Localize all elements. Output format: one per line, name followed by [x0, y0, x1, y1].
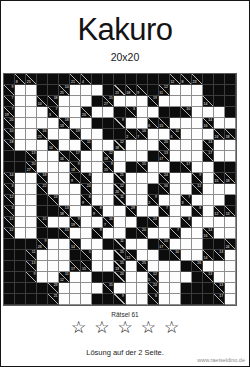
entry-cell[interactable] [203, 162, 214, 173]
entry-cell[interactable] [92, 173, 103, 184]
entry-cell[interactable] [192, 250, 203, 261]
black-cell [126, 162, 137, 173]
entry-cell[interactable] [192, 96, 203, 107]
black-cell [159, 107, 170, 118]
entry-cell[interactable] [59, 217, 70, 228]
entry-cell[interactable] [81, 118, 92, 129]
entry-cell[interactable] [214, 107, 225, 118]
entry-cell[interactable] [192, 129, 203, 140]
across-clue: 19 [153, 96, 157, 100]
entry-cell[interactable] [26, 217, 37, 228]
entry-cell[interactable] [70, 283, 81, 294]
entry-cell[interactable] [114, 228, 125, 239]
clue-cell: 9 [192, 173, 203, 184]
across-clue: 7 [166, 206, 168, 210]
entry-cell[interactable] [103, 184, 114, 195]
entry-cell[interactable] [81, 283, 92, 294]
entry-cell[interactable] [15, 118, 26, 129]
clue-cell: 919 [70, 217, 81, 228]
black-cell [159, 74, 170, 85]
entry-cell[interactable] [15, 140, 26, 151]
across-clue: 12 [109, 151, 113, 155]
across-clue: 15 [142, 162, 146, 166]
entry-cell[interactable] [170, 206, 181, 217]
entry-cell[interactable] [81, 162, 92, 173]
entry-cell[interactable] [81, 129, 92, 140]
entry-cell[interactable] [181, 85, 192, 96]
entry-cell[interactable] [81, 294, 92, 305]
entry-cell[interactable] [170, 85, 181, 96]
down-clue: 25 [38, 135, 42, 139]
entry-cell[interactable] [26, 184, 37, 195]
entry-cell[interactable] [15, 195, 26, 206]
entry-cell[interactable] [15, 129, 26, 140]
down-clue: 11 [159, 91, 163, 95]
entry-cell[interactable] [126, 294, 137, 305]
entry-cell[interactable] [26, 118, 37, 129]
entry-cell[interactable] [159, 272, 170, 283]
entry-cell[interactable] [170, 283, 181, 294]
entry-cell[interactable] [225, 294, 236, 305]
entry-cell[interactable] [92, 85, 103, 96]
across-clue: 12 [120, 184, 124, 188]
across-clue: 24 [87, 184, 91, 188]
entry-cell[interactable] [181, 173, 192, 184]
entry-cell[interactable] [192, 228, 203, 239]
entry-cell[interactable] [159, 96, 170, 107]
entry-cell[interactable] [181, 184, 192, 195]
entry-cell[interactable] [148, 107, 159, 118]
entry-cell[interactable] [59, 96, 70, 107]
entry-cell[interactable] [48, 162, 59, 173]
entry-cell[interactable] [37, 140, 48, 151]
entry-cell[interactable] [214, 217, 225, 228]
across-clue: 16 [142, 129, 146, 133]
clue-cell: 10 [170, 250, 181, 261]
clue-cell: 18 [48, 96, 59, 107]
entry-cell[interactable] [181, 272, 192, 283]
entry-cell[interactable] [103, 261, 114, 272]
entry-cell[interactable] [126, 283, 137, 294]
entry-cell[interactable] [159, 261, 170, 272]
entry-cell[interactable] [37, 261, 48, 272]
entry-cell[interactable] [181, 96, 192, 107]
entry-cell[interactable] [137, 195, 148, 206]
entry-cell[interactable] [48, 151, 59, 162]
clue-cell: 13 [203, 272, 214, 283]
entry-cell[interactable] [70, 118, 81, 129]
entry-cell[interactable] [170, 96, 181, 107]
entry-cell[interactable] [137, 206, 148, 217]
entry-cell[interactable] [92, 162, 103, 173]
black-cell [15, 261, 26, 272]
entry-cell[interactable] [114, 283, 125, 294]
entry-cell[interactable] [192, 107, 203, 118]
across-clue: 9 [111, 162, 113, 166]
entry-cell[interactable] [126, 151, 137, 162]
entry-cell[interactable] [126, 272, 137, 283]
entry-cell[interactable] [181, 140, 192, 151]
entry-cell[interactable] [126, 217, 137, 228]
entry-cell[interactable] [59, 162, 70, 173]
entry-cell[interactable] [225, 250, 236, 261]
entry-cell[interactable] [48, 118, 59, 129]
entry-cell[interactable] [81, 206, 92, 217]
entry-cell[interactable] [137, 96, 148, 107]
black-cell [37, 283, 48, 294]
entry-cell[interactable] [59, 250, 70, 261]
entry-cell[interactable] [170, 239, 181, 250]
across-clue: 14 [208, 228, 212, 232]
entry-cell[interactable] [148, 250, 159, 261]
down-clue: 27 [27, 168, 31, 172]
entry-cell[interactable] [48, 261, 59, 272]
entry-cell[interactable] [170, 217, 181, 228]
black-cell [159, 250, 170, 261]
entry-cell[interactable] [92, 283, 103, 294]
entry-cell[interactable] [92, 184, 103, 195]
across-clue: 14 [9, 173, 13, 177]
entry-cell[interactable] [26, 140, 37, 151]
entry-cell[interactable] [48, 184, 59, 195]
entry-cell[interactable] [103, 206, 114, 217]
entry-cell[interactable] [103, 140, 114, 151]
black-cell [170, 162, 181, 173]
entry-cell[interactable] [170, 173, 181, 184]
across-clue: 7 [177, 228, 179, 232]
entry-cell[interactable] [37, 250, 48, 261]
entry-cell[interactable] [81, 96, 92, 107]
entry-cell[interactable] [137, 272, 148, 283]
entry-cell[interactable] [59, 184, 70, 195]
entry-cell[interactable] [203, 173, 214, 184]
clue-cell: 9 [92, 228, 103, 239]
entry-cell[interactable] [159, 283, 170, 294]
entry-cell[interactable] [15, 107, 26, 118]
entry-cell[interactable] [137, 107, 148, 118]
black-cell [48, 74, 59, 85]
entry-cell[interactable] [214, 228, 225, 239]
entry-cell[interactable] [92, 250, 103, 261]
entry-cell[interactable] [137, 294, 148, 305]
entry-cell[interactable] [159, 195, 170, 206]
black-cell [181, 283, 192, 294]
entry-cell[interactable] [81, 85, 92, 96]
entry-cell[interactable] [70, 195, 81, 206]
entry-cell[interactable] [181, 228, 192, 239]
entry-cell[interactable] [192, 151, 203, 162]
entry-cell[interactable] [203, 195, 214, 206]
entry-cell[interactable] [214, 272, 225, 283]
black-cell [92, 96, 103, 107]
entry-cell[interactable] [159, 294, 170, 305]
entry-cell[interactable] [137, 118, 148, 129]
entry-cell[interactable] [81, 228, 92, 239]
entry-cell[interactable] [137, 239, 148, 250]
clue-cell: 915 [103, 162, 114, 173]
clue-cell: 16 [159, 184, 170, 195]
entry-cell[interactable] [203, 217, 214, 228]
down-clue: 17 [71, 267, 75, 271]
down-clue: 27 [104, 102, 108, 106]
down-clue: 14 [204, 102, 208, 106]
entry-cell[interactable] [103, 107, 114, 118]
entry-cell[interactable] [159, 228, 170, 239]
entry-cell[interactable] [159, 162, 170, 173]
entry-cell[interactable] [126, 140, 137, 151]
entry-cell[interactable] [48, 129, 59, 140]
clue-cell: 89 [81, 195, 92, 206]
clue-cell: 15 [59, 228, 70, 239]
entry-cell[interactable] [70, 272, 81, 283]
entry-cell[interactable] [26, 107, 37, 118]
website-credit: www.raetseldino.de [197, 357, 245, 363]
entry-cell[interactable] [137, 140, 148, 151]
entry-cell[interactable] [126, 118, 137, 129]
entry-cell[interactable] [148, 206, 159, 217]
entry-cell[interactable] [114, 151, 125, 162]
across-clue: 11 [65, 272, 69, 276]
entry-cell[interactable] [181, 250, 192, 261]
entry-cell[interactable] [15, 173, 26, 184]
entry-cell[interactable] [203, 184, 214, 195]
entry-cell[interactable] [214, 184, 225, 195]
across-clue: 29 [131, 206, 135, 210]
across-clue: 9 [122, 118, 124, 122]
clue-cell: 15 [114, 250, 125, 261]
entry-cell[interactable] [15, 96, 26, 107]
black-cell [26, 239, 37, 250]
clue-cell: 21 [114, 85, 125, 96]
entry-cell[interactable] [48, 173, 59, 184]
entry-cell[interactable] [70, 96, 81, 107]
clue-cell: 24 [159, 173, 170, 184]
entry-cell[interactable] [214, 118, 225, 129]
entry-cell[interactable] [148, 173, 159, 184]
entry-cell[interactable] [181, 118, 192, 129]
entry-cell[interactable] [137, 283, 148, 294]
entry-cell[interactable] [103, 173, 114, 184]
entry-cell[interactable] [225, 184, 236, 195]
entry-cell[interactable] [15, 85, 26, 96]
entry-cell[interactable] [192, 217, 203, 228]
clue-cell: 719 [4, 107, 15, 118]
entry-cell[interactable] [37, 118, 48, 129]
entry-cell[interactable] [203, 107, 214, 118]
black-cell [137, 217, 148, 228]
entry-cell[interactable] [170, 272, 181, 283]
entry-cell[interactable] [203, 129, 214, 140]
clue-cell: 92 [148, 195, 159, 206]
across-clue: 24 [153, 217, 157, 221]
entry-cell[interactable] [126, 96, 137, 107]
entry-cell[interactable] [59, 261, 70, 272]
entry-cell[interactable] [26, 195, 37, 206]
entry-cell[interactable] [225, 261, 236, 272]
entry-cell[interactable] [181, 129, 192, 140]
clue-cell: 18 [4, 140, 15, 151]
clue-cell: 926 [37, 239, 48, 250]
across-clue: 20 [9, 118, 13, 122]
entry-cell[interactable] [92, 129, 103, 140]
entry-cell[interactable] [48, 217, 59, 228]
down-clue: 10 [38, 102, 42, 106]
entry-cell[interactable] [26, 173, 37, 184]
entry-cell[interactable] [92, 261, 103, 272]
entry-cell[interactable] [170, 118, 181, 129]
clue-cell: 1218 [114, 140, 125, 151]
across-clue: 13 [219, 250, 223, 254]
entry-cell[interactable] [59, 140, 70, 151]
entry-cell[interactable] [137, 184, 148, 195]
entry-cell[interactable] [26, 228, 37, 239]
entry-cell[interactable] [92, 151, 103, 162]
entry-cell[interactable] [37, 162, 48, 173]
entry-cell[interactable] [126, 261, 137, 272]
entry-cell[interactable] [192, 239, 203, 250]
down-clue: 3 [181, 201, 183, 205]
across-clue: 18 [65, 118, 69, 122]
clue-cell: 14 [4, 173, 15, 184]
across-clue: 9 [155, 195, 157, 199]
entry-cell[interactable] [203, 261, 214, 272]
entry-cell[interactable] [59, 195, 70, 206]
entry-cell[interactable] [203, 206, 214, 217]
entry-cell[interactable] [192, 118, 203, 129]
entry-cell[interactable] [159, 129, 170, 140]
entry-cell[interactable] [70, 206, 81, 217]
entry-cell[interactable] [59, 173, 70, 184]
entry-cell[interactable] [15, 206, 26, 217]
entry-cell[interactable] [114, 162, 125, 173]
entry-cell[interactable] [15, 217, 26, 228]
entry-cell[interactable] [192, 140, 203, 151]
entry-cell[interactable] [15, 228, 26, 239]
entry-cell[interactable] [225, 140, 236, 151]
clue-cell: 1218 [103, 151, 114, 162]
entry-cell[interactable] [37, 151, 48, 162]
entry-cell[interactable] [81, 217, 92, 228]
down-clue: 18 [126, 91, 130, 95]
entry-cell[interactable] [225, 151, 236, 162]
black-cell [225, 162, 236, 173]
entry-cell[interactable] [126, 239, 137, 250]
entry-cell[interactable] [70, 107, 81, 118]
entry-cell[interactable] [170, 140, 181, 151]
entry-cell[interactable] [103, 195, 114, 206]
entry-cell[interactable] [26, 85, 37, 96]
entry-cell[interactable] [70, 140, 81, 151]
entry-cell[interactable] [148, 228, 159, 239]
entry-cell[interactable] [126, 173, 137, 184]
black-cell [15, 239, 26, 250]
entry-cell[interactable] [192, 162, 203, 173]
entry-cell[interactable] [48, 250, 59, 261]
entry-cell[interactable] [48, 239, 59, 250]
clue-cell: 1527 [103, 96, 114, 107]
entry-cell[interactable] [37, 107, 48, 118]
down-clue: 12 [215, 212, 219, 216]
entry-cell[interactable] [225, 118, 236, 129]
entry-cell[interactable] [126, 184, 137, 195]
entry-cell[interactable] [137, 250, 148, 261]
entry-cell[interactable] [170, 195, 181, 206]
entry-cell[interactable] [92, 195, 103, 206]
entry-cell[interactable] [92, 217, 103, 228]
entry-cell[interactable] [103, 250, 114, 261]
entry-cell[interactable] [48, 272, 59, 283]
entry-cell[interactable] [170, 151, 181, 162]
entry-cell[interactable] [148, 261, 159, 272]
entry-cell[interactable] [59, 129, 70, 140]
entry-cell[interactable] [81, 151, 92, 162]
entry-cell[interactable] [225, 217, 236, 228]
down-clue: 2 [126, 135, 128, 139]
entry-cell[interactable] [170, 184, 181, 195]
entry-cell[interactable] [26, 206, 37, 217]
entry-cell[interactable] [92, 239, 103, 250]
across-clue: 13 [65, 206, 69, 210]
entry-cell[interactable] [181, 151, 192, 162]
entry-cell[interactable] [59, 239, 70, 250]
black-cell [214, 96, 225, 107]
entry-cell[interactable] [214, 140, 225, 151]
entry-cell[interactable] [70, 85, 81, 96]
entry-cell[interactable] [170, 294, 181, 305]
entry-cell[interactable] [15, 184, 26, 195]
entry-cell[interactable] [70, 184, 81, 195]
entry-cell[interactable] [137, 173, 148, 184]
entry-cell[interactable] [26, 129, 37, 140]
entry-cell[interactable] [103, 228, 114, 239]
entry-cell[interactable] [114, 206, 125, 217]
entry-cell[interactable] [59, 283, 70, 294]
entry-cell[interactable] [92, 140, 103, 151]
entry-cell[interactable] [192, 85, 203, 96]
entry-cell[interactable] [70, 228, 81, 239]
entry-cell[interactable] [214, 151, 225, 162]
entry-cell[interactable] [214, 195, 225, 206]
entry-cell[interactable] [114, 217, 125, 228]
entry-cell[interactable] [114, 96, 125, 107]
entry-cell[interactable] [225, 228, 236, 239]
entry-cell[interactable] [81, 239, 92, 250]
entry-cell[interactable] [225, 272, 236, 283]
entry-cell[interactable] [225, 283, 236, 294]
entry-cell[interactable] [59, 294, 70, 305]
entry-cell[interactable] [214, 261, 225, 272]
entry-cell[interactable] [137, 151, 148, 162]
entry-cell[interactable] [26, 96, 37, 107]
entry-cell[interactable] [59, 107, 70, 118]
entry-cell[interactable] [126, 195, 137, 206]
entry-cell[interactable] [192, 195, 203, 206]
clue-cell: 2 [126, 129, 137, 140]
entry-cell[interactable] [92, 107, 103, 118]
entry-cell[interactable] [170, 261, 181, 272]
entry-cell[interactable] [37, 272, 48, 283]
entry-cell[interactable] [81, 272, 92, 283]
entry-cell[interactable] [181, 206, 192, 217]
entry-cell[interactable] [159, 217, 170, 228]
black-cell [214, 162, 225, 173]
entry-cell[interactable] [148, 162, 159, 173]
entry-cell[interactable] [70, 294, 81, 305]
entry-cell[interactable] [181, 239, 192, 250]
entry-cell[interactable] [148, 140, 159, 151]
clue-cell: 9 [114, 294, 125, 305]
entry-cell[interactable] [148, 129, 159, 140]
